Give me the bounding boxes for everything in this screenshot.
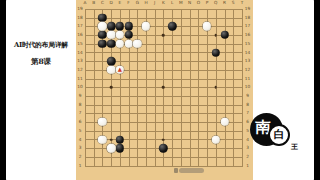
grid-cell [137,148,146,157]
logo-white-circle: 白 [268,124,290,146]
coord-number-right: 16 [245,33,250,37]
grid-cell [207,96,216,105]
coord-number-left: 7 [79,111,82,115]
star-point-D4 [110,138,113,141]
grid-cell [120,96,129,105]
grid-cell [85,79,94,88]
coord-number-right: 8 [246,103,249,107]
grid-cell [155,96,164,105]
grid-cell [120,87,129,96]
grid-cell [225,18,234,27]
coord-letter: H [144,1,147,5]
grid-cell [120,105,129,114]
grid-cell [85,105,94,114]
grid-cell [190,96,199,105]
star-point-K10 [162,86,165,89]
grid-cell [155,9,164,18]
grid-cell [181,70,190,79]
star-point-Q10 [215,86,218,89]
grid-cell [146,9,155,18]
grid-cell [111,79,120,88]
grid-cell [172,9,181,18]
grid-cell [85,87,94,96]
grid-cell [233,131,242,140]
channel-logo: 南 白 王 [250,110,302,162]
grid-cell [129,79,138,88]
grid-cell [102,96,111,105]
grid-cell [137,105,146,114]
coord-number-right: 15 [245,42,250,46]
grid-cell [120,157,129,166]
coord-number-left: 19 [77,7,82,11]
grid-cell [207,157,216,166]
grid-cell [233,87,242,96]
star-point-Q16 [215,34,218,37]
grid-cell [111,157,120,166]
grid-cell [85,44,94,53]
grid-cell [207,148,216,157]
grid-cell [207,61,216,70]
grid-cell [137,139,146,148]
grid-cell [163,52,172,61]
go-board: ABCDEFGHJKLMNOPQRST191918181717161615151… [76,0,253,180]
grid-cell [129,87,138,96]
grid-cell [190,52,199,61]
grid-cell [129,9,138,18]
grid-cell [233,157,242,166]
grid-cell [94,96,103,105]
grid-cell [85,26,94,35]
grid-cell [94,52,103,61]
coord-letter: M [179,1,183,5]
grid-cell [233,113,242,122]
grid-cell [85,96,94,105]
grid-cell [155,157,164,166]
grid-cell [163,61,172,70]
grid-cell [207,70,216,79]
grid-cell [146,105,155,114]
coord-number-right: 7 [246,111,249,115]
grid-cell [225,79,234,88]
grid-cell [146,148,155,157]
grid-cell [120,9,129,18]
grid-cell [233,70,242,79]
coord-letter: J [154,1,155,5]
logo-small-char: 王 [291,143,298,150]
grid-cell [181,157,190,166]
grid-cell [129,105,138,114]
grid-cell [102,105,111,114]
grid-cell [207,113,216,122]
grid-cell [190,122,199,131]
grid-cell [216,61,225,70]
coord-letter: N [188,1,191,5]
grid-cell [216,70,225,79]
star-point-K4 [162,138,165,141]
grid-cell [225,52,234,61]
coord-number-right: 6 [246,120,249,124]
grid-cell [155,52,164,61]
grid-cell [181,139,190,148]
coord-number-right: 12 [245,68,250,72]
grid-cell [225,157,234,166]
grid-cell [172,113,181,122]
grid-cell [233,96,242,105]
grid-cell [85,35,94,44]
coord-letter: G [136,1,139,5]
grid-cell [129,113,138,122]
grid-cell [172,44,181,53]
grid-cell [85,70,94,79]
grid-cell [225,96,234,105]
grid-cell [137,122,146,131]
grid-cell [233,148,242,157]
grid-cell [225,87,234,96]
grid-cell [181,79,190,88]
coord-letter: E [119,1,122,5]
coord-number-left: 3 [79,146,82,150]
grid-cell [216,148,225,157]
coord-number-left: 8 [79,103,82,107]
grid-cell [85,157,94,166]
grid-cell [190,44,199,53]
grid-cell [172,87,181,96]
grid-cell [111,87,120,96]
grid-cell [216,96,225,105]
coord-letter: F [127,1,129,5]
grid-cell [190,139,199,148]
grid-cell [181,113,190,122]
grid-cell [190,148,199,157]
grid-cell [129,96,138,105]
grid-cell [155,70,164,79]
grid-cell [172,131,181,140]
grid-cell [163,96,172,105]
logo-circle-char: 白 [270,129,288,140]
grid-cell [181,122,190,131]
grid-cell [163,113,172,122]
grid-cell [146,122,155,131]
coord-letter: B [92,1,95,5]
grid-cell [172,79,181,88]
grid-cell [146,131,155,140]
grid-cell [172,139,181,148]
coord-number-right: 19 [245,7,250,11]
coord-letter: P [206,1,209,5]
grid-cell [225,105,234,114]
grid-cell [172,70,181,79]
grid-cell [233,44,242,53]
coord-number-right: 13 [245,59,250,63]
coord-letter: D [110,1,113,5]
grid-cell [137,52,146,61]
coord-letter: T [241,1,244,5]
grid-cell [111,113,120,122]
grid-cell [129,52,138,61]
grid-cell [146,87,155,96]
grid-cell [198,131,207,140]
grid-cell [190,26,199,35]
grid-cell [137,113,146,122]
grid-cell [146,44,155,53]
grid-cell [216,105,225,114]
coord-number-right: 18 [245,16,250,20]
grid-cell [85,148,94,157]
grid-cell [155,113,164,122]
grid-cell [198,9,207,18]
grid-cell [181,87,190,96]
grid-cell [163,35,172,44]
grid-cell [85,9,94,18]
last-move-triangle-marker: ▲ [118,67,122,73]
lecture-title: AI时代的布局详解 [7,40,75,50]
grid-cell [172,61,181,70]
grid-cell [129,131,138,140]
grid-cell [181,35,190,44]
coord-number-right: 17 [245,24,250,28]
grid-cell [94,157,103,166]
left-title-panel: AI时代的布局详解 第8课 [6,0,76,180]
grid-cell [129,148,138,157]
grid-cell [146,139,155,148]
grid-cell [172,157,181,166]
coord-letter: A [84,1,87,5]
lecture-subtitle: 第8课 [7,57,75,67]
grid-cell [94,79,103,88]
grid-cell [198,105,207,114]
grid-cell [216,9,225,18]
coord-number-left: 2 [79,155,82,159]
grid-cell [172,122,181,131]
grid-cell [137,61,146,70]
grid-cell [129,157,138,166]
grid-cell [181,18,190,27]
grid-cell [94,70,103,79]
grid-cell [198,70,207,79]
grid-cell [190,105,199,114]
grid-cell [198,35,207,44]
grid-cell [198,44,207,53]
grid-cell [137,131,146,140]
coord-number-right: 5 [246,129,249,133]
grid-cell [181,105,190,114]
grid-cell [120,52,129,61]
grid-cell [216,18,225,27]
coord-number-left: 6 [79,120,82,124]
grid-cell [172,105,181,114]
grid-cell [146,61,155,70]
grid-cell [225,9,234,18]
coord-number-right: 1 [246,163,249,167]
grid-cell [85,113,94,122]
grid-cell [146,79,155,88]
star-point-D10 [110,86,113,89]
coord-number-left: 9 [79,94,82,98]
grid-cell [225,61,234,70]
grid-cell [129,139,138,148]
grid-cell [233,26,242,35]
grid-cell [190,9,199,18]
grid-cell [198,61,207,70]
grid-cell [85,122,94,131]
grid-cell [190,79,199,88]
coord-number-left: 15 [77,42,82,46]
coord-number-left: 11 [77,76,82,80]
grid-cell [172,148,181,157]
grid-cell [233,52,242,61]
grid-cell [85,131,94,140]
grid-cell [233,9,242,18]
grid-cell [120,113,129,122]
grid-cell [137,79,146,88]
grid-cell [181,52,190,61]
grid-cell [190,70,199,79]
coord-letter: S [232,1,235,5]
grid-cell [163,122,172,131]
coord-number-left: 12 [77,68,82,72]
grid-cell [198,52,207,61]
grid-cell [181,9,190,18]
grid-cell [163,70,172,79]
grid-cell [155,122,164,131]
grid-cell [198,148,207,157]
grid-cell [181,96,190,105]
grid-cell [155,105,164,114]
grid-cell [181,148,190,157]
grid-cell [146,35,155,44]
grid-cell [146,70,155,79]
grid-cell [85,139,94,148]
grid-cell [163,79,172,88]
grid-cell [155,61,164,70]
grid-cell [190,18,199,27]
grid-cell [233,122,242,131]
grid-cell [94,105,103,114]
grid-cell [190,113,199,122]
grid-cell [225,148,234,157]
coord-number-left: 18 [77,16,82,20]
grid-cell [163,105,172,114]
grid-cell [85,61,94,70]
coord-number-left: 10 [77,85,82,89]
grid-cell [146,96,155,105]
grid-cell [137,70,146,79]
grid-cell [129,61,138,70]
coord-number-left: 1 [79,163,82,167]
grid-cell [146,113,155,122]
grid-cell [102,157,111,166]
grid-cell [120,79,129,88]
grid-cell [163,87,172,96]
grid-cell [146,157,155,166]
grid-cell [233,105,242,114]
coord-number-right: 2 [246,155,249,159]
coord-letter: C [101,1,104,5]
grid-cell [207,122,216,131]
watermark-icon [174,168,178,173]
coord-number-left: 16 [77,33,82,37]
grid-cell [190,35,199,44]
grid-cell [207,9,216,18]
grid-cell [233,79,242,88]
coord-number-right: 9 [246,94,249,98]
coord-number-left: 13 [77,59,82,63]
video-frame: AI时代的布局详解 第8课 ABCDEFGHJKLMNOPQRST1919181… [0,0,320,180]
grid-cell [129,122,138,131]
grid-cell [233,61,242,70]
coord-number-left: 5 [79,129,82,133]
grid-cell [129,70,138,79]
grid-cell [163,44,172,53]
coord-number-left: 4 [79,137,82,141]
grid-cell [198,113,207,122]
grid-cell [155,44,164,53]
grid-cell [233,139,242,148]
grid-cell [137,96,146,105]
grid-cell [137,87,146,96]
grid-cell [198,122,207,131]
grid-cell [172,96,181,105]
coord-number-right: 3 [246,146,249,150]
grid-cell [225,70,234,79]
grid-cell [198,96,207,105]
grid-cell [94,148,103,157]
grid-cell [181,131,190,140]
grid-cell [198,87,207,96]
grid-cell [146,52,155,61]
coord-number-right: 14 [245,50,250,54]
grid-cell [198,79,207,88]
grid-cell [225,44,234,53]
grid-cell [172,52,181,61]
grid-cell [137,9,146,18]
grid-cell [190,131,199,140]
grid-cell [198,139,207,148]
coord-letter: Q [214,1,217,5]
grid-cell [120,122,129,131]
grid-cell [190,61,199,70]
grid-cell [198,157,207,166]
star-point-K16 [162,34,165,37]
grid-cell [163,131,172,140]
grid-cell [155,18,164,27]
grid-cell [225,139,234,148]
coord-letter: O [197,1,200,5]
grid-cell [207,35,216,44]
grid-cell [85,18,94,27]
watermark [179,168,204,173]
grid-cell [94,61,103,70]
grid-cell [225,131,234,140]
grid-cell [233,18,242,27]
grid-cell [85,52,94,61]
coord-number-left: 14 [77,50,82,54]
grid-cell [111,105,120,114]
coord-letter: L [171,1,173,5]
coord-number-right: 10 [245,85,250,89]
grid-cell [111,96,120,105]
grid-cell [181,61,190,70]
coord-letter: R [223,1,226,5]
grid-cell [137,157,146,166]
coord-number-left: 17 [77,24,82,28]
grid-cell [216,157,225,166]
grid-cell [94,87,103,96]
grid-cell [172,35,181,44]
coord-number-right: 4 [246,137,249,141]
coord-letter: K [162,1,165,5]
grid-cell [190,157,199,166]
